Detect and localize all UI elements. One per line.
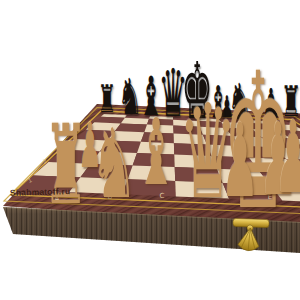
- white-pawn: ♟: [221, 110, 259, 212]
- white-bishop: ♝: [135, 107, 176, 199]
- watermark-text: Shahmatoff.ru: [10, 186, 70, 198]
- pieces-layer: ♜♞♝♛♚♝♟♞♟♜♟♜♞♝♛♚♟♟♟: [0, 0, 300, 300]
- product-photo-chess-set: ABCDE1234 Shahmatoff.ru ♜♞♝♛♚♝♟♞♟♜♟♜♞♝♛♚…: [0, 0, 300, 300]
- white-knight: ♞: [90, 116, 137, 212]
- white-rook: ♜: [44, 110, 88, 220]
- white-pawn: ♟: [274, 108, 300, 208]
